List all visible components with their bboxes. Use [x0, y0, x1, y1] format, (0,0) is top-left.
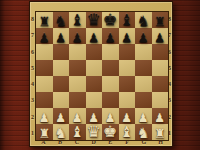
square-h5[interactable]: [152, 60, 169, 76]
square-h3[interactable]: [152, 92, 169, 108]
chess-board: 87654321 87654321 ♜♞♝♛♚♝♞♜♟♟♟♟♟♟♟♟♟♟♟♟♟♟…: [29, 1, 173, 147]
square-a8[interactable]: ♜: [36, 12, 53, 28]
square-a6[interactable]: [36, 44, 53, 60]
square-a4[interactable]: [36, 76, 53, 92]
square-b8[interactable]: ♞: [53, 12, 70, 28]
piece-white-king[interactable]: ♚: [103, 124, 117, 140]
square-d4[interactable]: [86, 76, 103, 92]
square-b5[interactable]: [53, 60, 70, 76]
square-a1[interactable]: ♜: [36, 124, 53, 140]
square-f1[interactable]: ♝: [119, 124, 136, 140]
square-f3[interactable]: [119, 92, 136, 108]
board-grid: ♜♞♝♛♚♝♞♜♟♟♟♟♟♟♟♟♟♟♟♟♟♟♟♟♜♞♝♛♚♝♞♜: [35, 11, 169, 141]
square-g8[interactable]: ♞: [135, 12, 152, 28]
square-g7[interactable]: ♟: [135, 28, 152, 44]
piece-white-rook[interactable]: ♜: [38, 127, 50, 140]
square-h8[interactable]: ♜: [152, 12, 169, 28]
square-e8[interactable]: ♚: [102, 12, 119, 28]
piece-black-pawn[interactable]: ♟: [55, 32, 66, 44]
piece-white-rook[interactable]: ♜: [154, 127, 166, 140]
square-d8[interactable]: ♛: [86, 12, 103, 28]
square-a7[interactable]: ♟: [36, 28, 53, 44]
square-g5[interactable]: [135, 60, 152, 76]
square-c7[interactable]: ♟: [69, 28, 86, 44]
square-e6[interactable]: [102, 44, 119, 60]
square-f7[interactable]: ♟: [119, 28, 136, 44]
square-f4[interactable]: [119, 76, 136, 92]
square-c5[interactable]: [69, 60, 86, 76]
piece-white-knight[interactable]: ♞: [54, 126, 67, 140]
piece-black-bishop[interactable]: ♝: [71, 13, 84, 28]
piece-white-queen[interactable]: ♛: [87, 124, 101, 140]
square-e5[interactable]: [102, 60, 119, 76]
square-e7[interactable]: ♟: [102, 28, 119, 44]
square-g6[interactable]: [135, 44, 152, 60]
piece-black-pawn[interactable]: ♟: [105, 32, 116, 44]
square-b7[interactable]: ♟: [53, 28, 70, 44]
piece-white-pawn[interactable]: ♟: [39, 112, 50, 124]
piece-black-pawn[interactable]: ♟: [138, 32, 149, 44]
square-h7[interactable]: ♟: [152, 28, 169, 44]
piece-white-knight[interactable]: ♞: [137, 126, 150, 140]
square-f5[interactable]: [119, 60, 136, 76]
square-a3[interactable]: [36, 92, 53, 108]
square-c8[interactable]: ♝: [69, 12, 86, 28]
piece-white-pawn[interactable]: ♟: [55, 112, 66, 124]
square-g4[interactable]: [135, 76, 152, 92]
square-e4[interactable]: [102, 76, 119, 92]
square-f8[interactable]: ♝: [119, 12, 136, 28]
piece-black-rook[interactable]: ♜: [154, 15, 166, 28]
square-c2[interactable]: ♟: [69, 108, 86, 124]
square-a2[interactable]: ♟: [36, 108, 53, 124]
square-c3[interactable]: [69, 92, 86, 108]
square-b6[interactable]: [53, 44, 70, 60]
square-g1[interactable]: ♞: [135, 124, 152, 140]
piece-black-knight[interactable]: ♞: [54, 14, 67, 28]
square-f6[interactable]: [119, 44, 136, 60]
piece-black-pawn[interactable]: ♟: [154, 32, 165, 44]
square-d3[interactable]: [86, 92, 103, 108]
square-g3[interactable]: [135, 92, 152, 108]
square-e3[interactable]: [102, 92, 119, 108]
square-d6[interactable]: [86, 44, 103, 60]
square-b3[interactable]: [53, 92, 70, 108]
square-d7[interactable]: ♟: [86, 28, 103, 44]
wooden-table-background: 87654321 87654321 ♜♞♝♛♚♝♞♜♟♟♟♟♟♟♟♟♟♟♟♟♟♟…: [0, 0, 200, 150]
piece-black-king[interactable]: ♚: [103, 12, 117, 28]
square-h6[interactable]: [152, 44, 169, 60]
piece-black-pawn[interactable]: ♟: [121, 32, 132, 44]
piece-white-bishop[interactable]: ♝: [120, 125, 133, 140]
square-c1[interactable]: ♝: [69, 124, 86, 140]
piece-black-pawn[interactable]: ♟: [39, 32, 50, 44]
piece-black-bishop[interactable]: ♝: [120, 13, 133, 28]
square-h1[interactable]: ♜: [152, 124, 169, 140]
piece-black-pawn[interactable]: ♟: [88, 32, 99, 44]
square-c6[interactable]: [69, 44, 86, 60]
square-b1[interactable]: ♞: [53, 124, 70, 140]
square-b2[interactable]: ♟: [53, 108, 70, 124]
piece-black-pawn[interactable]: ♟: [72, 32, 83, 44]
piece-black-rook[interactable]: ♜: [38, 15, 50, 28]
square-h2[interactable]: ♟: [152, 108, 169, 124]
square-b4[interactable]: [53, 76, 70, 92]
square-h4[interactable]: [152, 76, 169, 92]
square-g2[interactable]: ♟: [135, 108, 152, 124]
square-e1[interactable]: ♚: [102, 124, 119, 140]
square-f2[interactable]: ♟: [119, 108, 136, 124]
piece-white-pawn[interactable]: ♟: [138, 112, 149, 124]
piece-white-pawn[interactable]: ♟: [154, 112, 165, 124]
square-c4[interactable]: [69, 76, 86, 92]
piece-black-knight[interactable]: ♞: [137, 14, 150, 28]
square-d5[interactable]: [86, 60, 103, 76]
square-d1[interactable]: ♛: [86, 124, 103, 140]
piece-white-bishop[interactable]: ♝: [71, 125, 84, 140]
piece-black-queen[interactable]: ♛: [87, 12, 101, 28]
square-a5[interactable]: [36, 60, 53, 76]
